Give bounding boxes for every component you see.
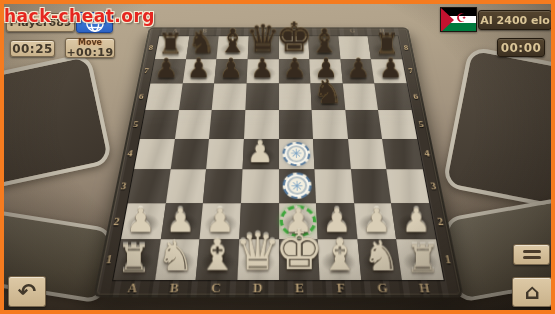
square-a6[interactable] (145, 84, 182, 110)
black-clock-time: 00:00 (501, 41, 542, 55)
square-h6[interactable] (375, 84, 412, 110)
undo-button[interactable]: ↶ (8, 276, 46, 307)
menu-bars-icon (523, 256, 541, 259)
square-a4[interactable] (134, 139, 174, 170)
file-label-c: C (194, 280, 237, 297)
square-c7[interactable]: ♟ (214, 59, 247, 84)
chessboard-squares: ♜♞♝♛♚♝♜♟♟♟♟♟♟♟♟♞♟✳✳♟♟♟♟♟♟♟♜♞♝♛♚♝♞♜ (113, 36, 443, 280)
square-f5[interactable] (312, 110, 348, 139)
square-f3[interactable] (315, 169, 354, 203)
file-label-f: F (320, 280, 363, 297)
square-a3[interactable] (128, 169, 170, 203)
home-icon: ⌂ (524, 280, 539, 304)
piece-white-king-e1[interactable]: ♚ (275, 223, 324, 278)
move-bonus-value: +00:19 (66, 47, 113, 58)
black-clock: 00:00 (497, 38, 545, 57)
square-d6[interactable] (245, 84, 278, 110)
file-label-a: A (110, 280, 155, 297)
piece-white-bishop-f1[interactable]: ♝ (321, 234, 360, 278)
captured-pieces-tray-right-upper (442, 46, 555, 221)
square-b1[interactable]: ♞ (155, 240, 200, 280)
square-e1[interactable]: ♚ (279, 240, 320, 280)
file-label-b: B (152, 280, 196, 297)
square-a1[interactable]: ♜ (113, 240, 160, 280)
flag-select-button[interactable] (76, 12, 113, 33)
square-d7[interactable]: ♟ (246, 59, 278, 84)
square-f4[interactable] (313, 139, 351, 170)
file-label-e: E (279, 280, 321, 297)
menu-bars-icon (523, 250, 541, 253)
chessboard: ♜♞♝♛♚♝♜♟♟♟♟♟♟♟♟♞♟✳✳♟♟♟♟♟♟♟♜♞♝♛♚♝♞♜ ABCDE… (93, 27, 464, 297)
square-g1[interactable]: ♞ (357, 240, 402, 280)
piece-white-pawn-d4[interactable]: ♟ (247, 137, 274, 167)
square-e3[interactable]: ✳ (279, 169, 317, 203)
white-player-name: Player689 (10, 16, 72, 29)
game-screen: ♜♞♝♛♚♝♜♟♟♟♟♟♟♟♟♞♟✳✳♟♟♟♟♟♟♟♜♞♝♛♚♝♞♜ ABCDE… (0, 0, 555, 314)
board-scene: ♜♞♝♛♚♝♜♟♟♟♟♟♟♟♟♞♟✳✳♟♟♟♟♟♟♟♜♞♝♛♚♝♞♜ ABCDE… (126, 0, 431, 291)
white-clock: 00:25 (10, 40, 55, 57)
square-d1[interactable]: ♛ (237, 240, 278, 280)
square-a7[interactable]: ♟ (150, 59, 185, 84)
menu-button[interactable] (513, 244, 550, 265)
flag-red-triangle (441, 8, 454, 32)
square-c3[interactable] (203, 169, 242, 203)
square-f6[interactable]: ♞ (311, 84, 346, 110)
white-player-name-button[interactable]: Player689 (6, 13, 75, 32)
square-c4[interactable] (206, 139, 244, 170)
square-b6[interactable] (179, 84, 215, 110)
square-h5[interactable] (378, 110, 417, 139)
file-label-d: D (236, 280, 278, 297)
piece-black-pawn-g7[interactable]: ♟ (346, 55, 370, 82)
piece-black-pawn-a7[interactable]: ♟ (155, 55, 179, 82)
square-b3[interactable] (166, 169, 207, 203)
square-g3[interactable] (351, 169, 392, 203)
piece-white-knight-b1[interactable]: ♞ (157, 236, 194, 278)
file-label-g: G (337, 28, 367, 36)
square-b4[interactable] (170, 139, 209, 170)
square-h3[interactable] (387, 169, 429, 203)
square-e6[interactable] (279, 84, 312, 110)
square-e4[interactable]: ✳ (279, 139, 315, 170)
file-label-h: H (402, 280, 447, 297)
square-d3[interactable] (241, 169, 279, 203)
piece-white-pawn-a2[interactable]: ♟ (126, 205, 155, 238)
piece-white-pawn-h2[interactable]: ♟ (401, 205, 430, 238)
flag-crescent-star-icon: ☪ (456, 12, 467, 24)
piece-black-pawn-b7[interactable]: ♟ (187, 55, 211, 82)
piece-black-knight-f6[interactable]: ♞ (313, 75, 343, 109)
move-bonus-button[interactable]: Move +00:19 (65, 38, 115, 58)
square-g7[interactable]: ♟ (340, 59, 374, 84)
move-target-marker-e4[interactable]: ✳ (282, 142, 310, 166)
square-c5[interactable] (209, 110, 245, 139)
square-g5[interactable] (345, 110, 382, 139)
captured-pieces-tray-left-upper (0, 52, 113, 196)
square-e5[interactable] (279, 110, 314, 139)
square-g6[interactable] (343, 84, 379, 110)
file-labels-bottom: ABCDEFGH (110, 280, 447, 297)
white-clock-time: 00:25 (12, 42, 53, 56)
square-e7[interactable]: ♟ (279, 59, 311, 84)
piece-white-knight-g1[interactable]: ♞ (363, 236, 400, 278)
globe-icon (84, 12, 106, 34)
square-c6[interactable] (212, 84, 247, 110)
black-player-name-button[interactable]: AI 2400 elo (478, 10, 552, 30)
square-a5[interactable] (140, 110, 179, 139)
square-f1[interactable]: ♝ (318, 240, 361, 280)
square-h4[interactable] (382, 139, 422, 170)
piece-black-pawn-d7[interactable]: ♟ (251, 55, 275, 82)
piece-black-pawn-e7[interactable]: ♟ (282, 55, 306, 82)
piece-black-pawn-c7[interactable]: ♟ (219, 55, 243, 82)
home-button[interactable]: ⌂ (512, 277, 552, 307)
square-c1[interactable]: ♝ (196, 240, 239, 280)
square-h1[interactable]: ♜ (397, 240, 444, 280)
square-d4[interactable]: ♟ (242, 139, 278, 170)
move-target-marker-e3[interactable]: ✳ (282, 173, 311, 199)
western-sahara-flag: ☪ (440, 7, 477, 32)
piece-white-rook-a1[interactable]: ♜ (117, 240, 151, 278)
square-h7[interactable]: ♟ (371, 59, 406, 84)
piece-white-bishop-c1[interactable]: ♝ (197, 234, 236, 278)
black-player-name: AI 2400 elo (480, 14, 550, 27)
undo-arrow-icon: ↶ (18, 279, 36, 304)
file-label-g: G (361, 280, 405, 297)
square-g4[interactable] (348, 139, 387, 170)
square-b5[interactable] (175, 110, 212, 139)
piece-white-rook-h1[interactable]: ♜ (405, 240, 439, 278)
square-b7[interactable]: ♟ (182, 59, 216, 84)
piece-black-pawn-h7[interactable]: ♟ (378, 55, 402, 82)
